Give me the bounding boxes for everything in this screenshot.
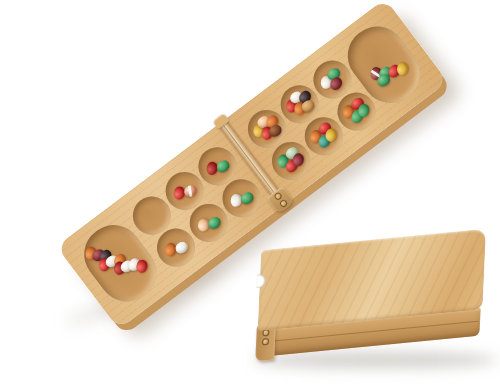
product-photo-scene <box>0 0 500 388</box>
mancala-closed-board <box>256 229 486 370</box>
hinge-pin <box>262 338 269 346</box>
hinge-pin <box>278 199 288 209</box>
